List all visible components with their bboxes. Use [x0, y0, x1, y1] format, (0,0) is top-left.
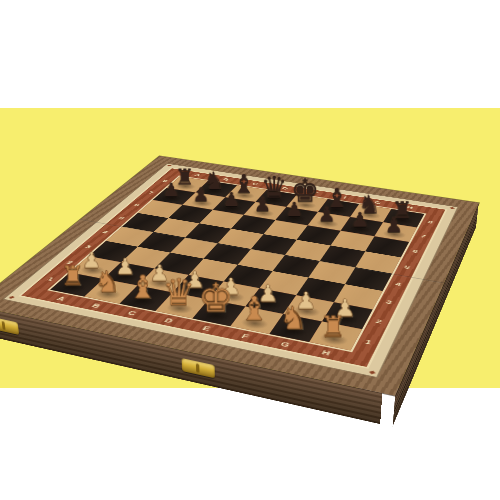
brass-latch — [0, 316, 19, 335]
piece-white-king: ♚ — [196, 279, 237, 319]
corner-ornament-icon: ◆ — [449, 207, 455, 210]
square-h1: ♜ — [309, 321, 362, 350]
piece-black-pawn: ♟ — [185, 186, 218, 205]
square-g5 — [320, 245, 365, 267]
piece-white-rook: ♜ — [312, 312, 354, 341]
square-g6 — [331, 231, 375, 251]
piece-white-bishop: ♝ — [233, 292, 274, 325]
piece-black-pawn: ♟ — [310, 205, 344, 225]
piece-black-pawn: ♟ — [343, 210, 378, 230]
piece-white-knight: ♞ — [272, 302, 314, 333]
piece-black-pawn: ♟ — [246, 195, 280, 215]
corner-ornament-icon: ◆ — [7, 295, 16, 300]
product-photo: ◆ ◆ ◆ ◆ ABCDEFGH ABCDEFGH 87654321 87654… — [0, 0, 500, 500]
piece-black-pawn: ♟ — [215, 190, 248, 209]
corner-ornament-icon: ◆ — [368, 370, 377, 376]
piece-black-pawn: ♟ — [155, 181, 187, 200]
piece-white-rook: ♜ — [53, 262, 92, 289]
board-frame: ◆ ◆ ◆ ◆ ABCDEFGH ABCDEFGH 87654321 87654… — [0, 156, 479, 396]
square-h4 — [345, 267, 392, 291]
brass-latch — [181, 358, 214, 378]
piece-white-knight: ♞ — [88, 267, 127, 296]
piece-black-pawn: ♟ — [277, 200, 311, 220]
chessboard-scene: ◆ ◆ ◆ ◆ ABCDEFGH ABCDEFGH 87654321 87654… — [57, 55, 443, 441]
piece-white-bishop: ♝ — [123, 271, 163, 303]
coordinate-label: 2 — [366, 310, 391, 333]
piece-white-queen: ♛ — [159, 274, 199, 311]
piece-black-pawn: ♟ — [376, 216, 411, 236]
